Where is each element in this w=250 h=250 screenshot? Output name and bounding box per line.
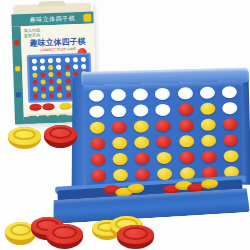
mini-red-disc [33,94,38,99]
red-disc [223,134,238,146]
board-grid [83,81,246,187]
loose-red-disc [44,125,77,148]
red-disc [223,118,238,130]
empty-slot [111,89,126,101]
mini-red-disc [29,103,41,109]
mini-yellow-disc [58,93,63,98]
mini-red-disc [49,79,54,84]
yellow-disc [113,169,128,181]
empty-slot [89,105,104,117]
mini-empty-slot [73,64,78,69]
mini-red-disc [57,86,62,91]
yellow-disc [179,135,194,147]
empty-slot [156,104,171,116]
red-disc [157,136,172,148]
red-disc [90,153,105,165]
loose-red-disc [117,225,154,249]
mini-empty-slot [56,58,61,63]
red-disc [135,152,150,164]
mini-red-disc [40,72,45,77]
loose-yellow-disc [8,127,41,149]
red-disc [156,120,171,132]
mini-yellow-disc [41,93,46,98]
mini-red-disc [32,80,37,85]
loose-red-disc [46,224,83,249]
mini-red-disc [57,72,62,77]
mini-empty-slot [31,59,36,64]
mini-empty-slot [40,58,45,63]
mini-red-disc [42,103,54,109]
mini-yellow-disc [32,73,37,78]
red-disc [112,121,127,133]
empty-slot [133,88,148,100]
empty-slot [155,88,170,100]
empty-slot [133,104,148,116]
mini-empty-slot [65,57,70,62]
box-tagline: 双人对战 益智互动 [24,27,40,38]
yellow-disc [224,150,239,162]
red-disc [91,169,106,181]
mini-empty-slot [32,66,37,71]
mini-yellow-disc [59,102,71,108]
mini-red-disc [41,86,46,91]
yellow-disc [200,103,215,115]
empty-slot [222,86,237,98]
mini-red-disc [65,64,70,69]
red-disc [202,151,217,163]
yellow-disc [134,136,149,148]
yellow-disc [112,137,127,149]
red-disc [178,119,193,131]
mini-empty-slot [81,64,86,69]
mini-yellow-disc [40,79,45,84]
mini-yellow-disc [49,86,54,91]
yellow-disc [157,168,172,180]
mini-yellow-disc [32,87,37,92]
empty-slot [178,87,193,99]
yellow-disc [201,119,216,131]
box-band-badge [83,14,91,22]
mini-empty-slot [57,65,62,70]
mini-yellow-disc [48,65,53,70]
mini-empty-slot [73,57,78,62]
red-disc [90,137,105,149]
empty-slot [200,87,215,99]
mini-empty-slot [40,65,45,70]
yellow-disc [112,153,127,165]
red-disc [135,168,150,180]
yellow-disc [201,135,216,147]
box-lid-tab [39,1,65,7]
spine-square [16,92,21,97]
empty-slot [111,105,126,117]
spine-square [15,66,20,71]
yellow-disc [89,121,104,133]
spine-square [14,40,19,45]
product-photo: 趣味立体四子棋 双人对战 益智互动 趣味立体四子棋 CONNECT FOUR G… [0,0,250,250]
red-disc [179,151,194,163]
mini-yellow-disc [49,72,54,77]
empty-slot [88,89,103,101]
mini-empty-slot [48,58,53,63]
yellow-disc [134,120,149,132]
yellow-disc [157,152,172,164]
empty-slot [223,102,238,114]
mini-empty-slot [81,57,86,62]
red-disc [178,103,193,115]
mini-red-disc [49,93,54,98]
mini-yellow-disc [57,79,62,84]
